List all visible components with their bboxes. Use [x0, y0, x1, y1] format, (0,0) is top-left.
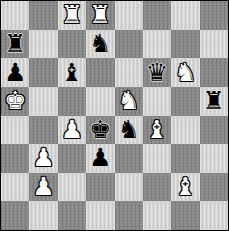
square-f3[interactable] [143, 144, 171, 173]
square-a2[interactable] [1, 173, 29, 202]
square-c5[interactable] [58, 87, 86, 116]
square-c3[interactable] [58, 144, 86, 173]
square-g4[interactable] [171, 116, 199, 145]
piece-white-rook[interactable]: ♜ [89, 1, 111, 29]
piece-white-king[interactable]: ♚ [4, 87, 26, 115]
square-f8[interactable] [143, 1, 171, 30]
square-c2[interactable] [58, 173, 86, 202]
square-b5[interactable] [29, 87, 57, 116]
square-g5[interactable] [171, 87, 199, 116]
chess-board: ♜♜♜♞♟♝♛♞♚♞♜♟♚♞♝♟♟♟♝ [0, 0, 229, 231]
square-b2[interactable]: ♟ [29, 173, 57, 202]
square-h1[interactable] [200, 201, 228, 230]
piece-black-pawn[interactable]: ♟ [89, 144, 111, 172]
piece-white-rook[interactable]: ♜ [61, 1, 83, 29]
square-d2[interactable] [86, 173, 114, 202]
square-a5[interactable]: ♚ [1, 87, 29, 116]
square-d6[interactable] [86, 58, 114, 87]
square-c8[interactable]: ♜ [58, 1, 86, 30]
square-e8[interactable] [115, 1, 143, 30]
square-g1[interactable] [171, 201, 199, 230]
square-d7[interactable]: ♞ [86, 30, 114, 59]
square-g3[interactable] [171, 144, 199, 173]
square-d5[interactable] [86, 87, 114, 116]
square-g2[interactable]: ♝ [171, 173, 199, 202]
square-f6[interactable]: ♛ [143, 58, 171, 87]
piece-white-pawn[interactable]: ♟ [32, 173, 54, 201]
square-a7[interactable]: ♜ [1, 30, 29, 59]
square-e5[interactable]: ♞ [115, 87, 143, 116]
square-d3[interactable]: ♟ [86, 144, 114, 173]
square-a1[interactable] [1, 201, 29, 230]
square-h7[interactable] [200, 30, 228, 59]
square-g6[interactable]: ♞ [171, 58, 199, 87]
square-b4[interactable] [29, 116, 57, 145]
square-f1[interactable] [143, 201, 171, 230]
square-e1[interactable] [115, 201, 143, 230]
square-h6[interactable] [200, 58, 228, 87]
square-e2[interactable] [115, 173, 143, 202]
square-h2[interactable] [200, 173, 228, 202]
square-f2[interactable] [143, 173, 171, 202]
piece-black-bishop[interactable]: ♝ [61, 59, 83, 87]
square-b7[interactable] [29, 30, 57, 59]
square-d4[interactable]: ♚ [86, 116, 114, 145]
piece-white-knight[interactable]: ♞ [174, 59, 196, 87]
square-e6[interactable] [115, 58, 143, 87]
square-e7[interactable] [115, 30, 143, 59]
piece-black-knight[interactable]: ♞ [89, 30, 111, 58]
square-a6[interactable]: ♟ [1, 58, 29, 87]
square-h8[interactable] [200, 1, 228, 30]
square-b3[interactable]: ♟ [29, 144, 57, 173]
piece-white-pawn[interactable]: ♟ [32, 144, 54, 172]
square-g7[interactable] [171, 30, 199, 59]
square-c7[interactable] [58, 30, 86, 59]
piece-black-queen[interactable]: ♛ [146, 59, 168, 87]
square-d1[interactable] [86, 201, 114, 230]
piece-black-rook[interactable]: ♜ [203, 87, 225, 115]
piece-black-pawn[interactable]: ♟ [4, 59, 26, 87]
square-g8[interactable] [171, 1, 199, 30]
square-f4[interactable]: ♝ [143, 116, 171, 145]
square-e3[interactable] [115, 144, 143, 173]
square-b6[interactable] [29, 58, 57, 87]
square-f7[interactable] [143, 30, 171, 59]
square-f5[interactable] [143, 87, 171, 116]
square-c6[interactable]: ♝ [58, 58, 86, 87]
piece-black-rook[interactable]: ♜ [4, 30, 26, 58]
piece-white-pawn[interactable]: ♟ [61, 116, 83, 144]
piece-black-king[interactable]: ♚ [89, 116, 111, 144]
square-a8[interactable] [1, 1, 29, 30]
square-b8[interactable] [29, 1, 57, 30]
square-b1[interactable] [29, 201, 57, 230]
piece-black-knight[interactable]: ♞ [117, 116, 139, 144]
square-h4[interactable] [200, 116, 228, 145]
piece-white-knight[interactable]: ♞ [117, 87, 139, 115]
square-c1[interactable] [58, 201, 86, 230]
square-a3[interactable] [1, 144, 29, 173]
square-c4[interactable]: ♟ [58, 116, 86, 145]
square-a4[interactable] [1, 116, 29, 145]
piece-white-bishop[interactable]: ♝ [146, 116, 168, 144]
square-h5[interactable]: ♜ [200, 87, 228, 116]
square-e4[interactable]: ♞ [115, 116, 143, 145]
piece-white-bishop[interactable]: ♝ [174, 173, 196, 201]
square-d8[interactable]: ♜ [86, 1, 114, 30]
square-h3[interactable] [200, 144, 228, 173]
